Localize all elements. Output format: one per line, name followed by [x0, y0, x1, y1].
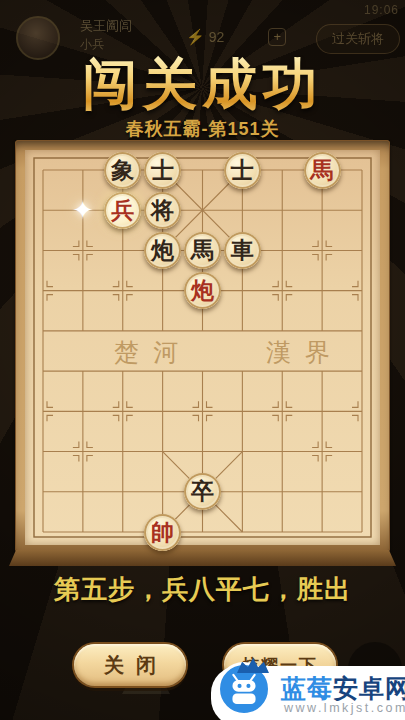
- piece-black[interactable]: 車: [224, 232, 261, 269]
- piece-black[interactable]: 士: [224, 152, 261, 189]
- xiangqi-board: 楚河 漢界 象士士馬兵将炮馬車炮卒帥✦: [15, 140, 390, 552]
- energy-value: 92: [209, 29, 225, 45]
- watermark-url: www.lmkjst.com: [284, 701, 405, 715]
- watermark: 蓝莓安卓网 www.lmkjst.com: [211, 655, 405, 720]
- result-title: 闯关成功: [0, 48, 405, 122]
- piece-black[interactable]: 象: [104, 152, 141, 189]
- piece-black[interactable]: 士: [144, 152, 181, 189]
- berry-crown-icon: [237, 658, 269, 673]
- pieces-layer: 象士士馬兵将炮馬車炮卒帥✦: [23, 150, 382, 552]
- energy-bar: ⚡ 92 +: [186, 28, 286, 46]
- close-button[interactable]: 关闭: [74, 644, 186, 686]
- energy-add-button[interactable]: +: [268, 28, 286, 46]
- piece-black[interactable]: 将: [144, 192, 181, 229]
- piece-black[interactable]: 馬: [184, 232, 221, 269]
- lightning-icon: ⚡: [186, 28, 205, 46]
- site-logo-icon: [217, 662, 271, 716]
- piece-black[interactable]: 卒: [184, 473, 221, 510]
- stage-subtitle: 春秋五霸-第151关: [0, 117, 405, 141]
- piece-red[interactable]: 馬: [304, 152, 341, 189]
- board-base-edge: [9, 550, 396, 566]
- move-annotation: 第五步，兵八平七，胜出: [0, 572, 405, 607]
- player-name: 吴王阖闾: [80, 17, 132, 35]
- app-screen: 19:06 吴王阖闾 小兵 ⚡ 92 + 过关斩将 闯关成功 春秋五霸-第151…: [0, 0, 405, 720]
- piece-red[interactable]: 炮: [184, 272, 221, 309]
- piece-black[interactable]: 炮: [144, 232, 181, 269]
- piece-red[interactable]: 兵: [104, 192, 141, 229]
- piece-red[interactable]: 帥: [144, 514, 181, 551]
- last-move-sparkle-icon: ✦: [72, 195, 94, 226]
